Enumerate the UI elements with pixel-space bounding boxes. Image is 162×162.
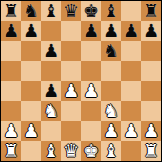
square-g6[interactable] [121, 41, 141, 61]
square-b4[interactable] [21, 81, 41, 101]
square-g8[interactable] [121, 1, 141, 21]
square-a4[interactable] [1, 81, 21, 101]
black-pawn-c4[interactable]: ♟ [43, 81, 59, 101]
square-f2[interactable]: ♟ [101, 121, 121, 141]
square-a1[interactable]: ♜ [1, 141, 21, 161]
square-f3[interactable]: ♞ [101, 101, 121, 121]
square-f7[interactable]: ♟ [101, 21, 121, 41]
white-pawn-b2[interactable]: ♟ [23, 121, 39, 141]
black-pawn-a7[interactable]: ♟ [3, 21, 19, 41]
black-pawn-g7[interactable]: ♟ [123, 21, 139, 41]
square-g2[interactable]: ♟ [121, 121, 141, 141]
square-c7[interactable] [41, 21, 61, 41]
white-bishop-c1[interactable]: ♝ [43, 141, 59, 161]
square-c3[interactable]: ♞ [41, 101, 61, 121]
black-rook-h8[interactable]: ♜ [143, 1, 159, 21]
square-e4[interactable]: ♟ [81, 81, 101, 101]
black-pawn-h7[interactable]: ♟ [143, 21, 159, 41]
square-b3[interactable] [21, 101, 41, 121]
black-pawn-e7[interactable]: ♟ [83, 21, 99, 41]
black-pawn-f7[interactable]: ♟ [103, 21, 119, 41]
square-h3[interactable] [141, 101, 161, 121]
square-a3[interactable] [1, 101, 21, 121]
square-c8[interactable]: ♝ [41, 1, 61, 21]
square-a5[interactable] [1, 61, 21, 81]
square-c1[interactable]: ♝ [41, 141, 61, 161]
square-h7[interactable]: ♟ [141, 21, 161, 41]
white-knight-f3[interactable]: ♞ [103, 101, 119, 121]
white-bishop-f1[interactable]: ♝ [103, 141, 119, 161]
chess-board: ♜♞♝♛♚♝♜♟♟♟♟♟♟♟♞♟♟♟♞♞♟♟♟♟♟♜♝♛♚♝♜ [0, 0, 162, 162]
white-knight-c3[interactable]: ♞ [43, 101, 59, 121]
square-h5[interactable] [141, 61, 161, 81]
square-d1[interactable]: ♛ [61, 141, 81, 161]
square-d5[interactable] [61, 61, 81, 81]
white-pawn-h2[interactable]: ♟ [143, 121, 159, 141]
white-pawn-d4[interactable]: ♟ [63, 81, 79, 101]
square-h6[interactable] [141, 41, 161, 61]
square-f8[interactable]: ♝ [101, 1, 121, 21]
white-pawn-a2[interactable]: ♟ [3, 121, 19, 141]
black-pawn-b7[interactable]: ♟ [23, 21, 39, 41]
square-d2[interactable] [61, 121, 81, 141]
square-e5[interactable] [81, 61, 101, 81]
square-d6[interactable] [61, 41, 81, 61]
square-a8[interactable]: ♜ [1, 1, 21, 21]
square-e2[interactable] [81, 121, 101, 141]
black-pawn-c6[interactable]: ♟ [43, 41, 59, 61]
square-d8[interactable]: ♛ [61, 1, 81, 21]
black-bishop-c8[interactable]: ♝ [43, 1, 59, 21]
square-h8[interactable]: ♜ [141, 1, 161, 21]
square-e8[interactable]: ♚ [81, 1, 101, 21]
square-d3[interactable] [61, 101, 81, 121]
square-b1[interactable] [21, 141, 41, 161]
square-c4[interactable]: ♟ [41, 81, 61, 101]
square-a6[interactable] [1, 41, 21, 61]
square-g4[interactable] [121, 81, 141, 101]
square-f4[interactable] [101, 81, 121, 101]
square-b6[interactable] [21, 41, 41, 61]
white-queen-d1[interactable]: ♛ [63, 141, 79, 161]
square-e7[interactable]: ♟ [81, 21, 101, 41]
white-pawn-f2[interactable]: ♟ [103, 121, 119, 141]
square-d4[interactable]: ♟ [61, 81, 81, 101]
white-king-e1[interactable]: ♚ [83, 141, 99, 161]
square-c6[interactable]: ♟ [41, 41, 61, 61]
black-knight-b8[interactable]: ♞ [23, 1, 39, 21]
black-knight-f6[interactable]: ♞ [103, 41, 119, 61]
square-e3[interactable] [81, 101, 101, 121]
square-c5[interactable] [41, 61, 61, 81]
black-king-e8[interactable]: ♚ [83, 1, 99, 21]
white-rook-a1[interactable]: ♜ [3, 141, 19, 161]
white-rook-h1[interactable]: ♜ [143, 141, 159, 161]
black-rook-a8[interactable]: ♜ [3, 1, 19, 21]
square-g1[interactable] [121, 141, 141, 161]
square-g7[interactable]: ♟ [121, 21, 141, 41]
white-pawn-g2[interactable]: ♟ [123, 121, 139, 141]
square-a2[interactable]: ♟ [1, 121, 21, 141]
square-c2[interactable] [41, 121, 61, 141]
square-h2[interactable]: ♟ [141, 121, 161, 141]
square-h4[interactable] [141, 81, 161, 101]
square-b8[interactable]: ♞ [21, 1, 41, 21]
square-d7[interactable] [61, 21, 81, 41]
square-e6[interactable] [81, 41, 101, 61]
square-f1[interactable]: ♝ [101, 141, 121, 161]
square-a7[interactable]: ♟ [1, 21, 21, 41]
black-queen-d8[interactable]: ♛ [63, 1, 79, 21]
square-f5[interactable] [101, 61, 121, 81]
square-h1[interactable]: ♜ [141, 141, 161, 161]
square-b7[interactable]: ♟ [21, 21, 41, 41]
square-b5[interactable] [21, 61, 41, 81]
square-g5[interactable] [121, 61, 141, 81]
black-bishop-f8[interactable]: ♝ [103, 1, 119, 21]
white-pawn-e4[interactable]: ♟ [83, 81, 99, 101]
square-f6[interactable]: ♞ [101, 41, 121, 61]
square-b2[interactable]: ♟ [21, 121, 41, 141]
square-g3[interactable] [121, 101, 141, 121]
square-e1[interactable]: ♚ [81, 141, 101, 161]
